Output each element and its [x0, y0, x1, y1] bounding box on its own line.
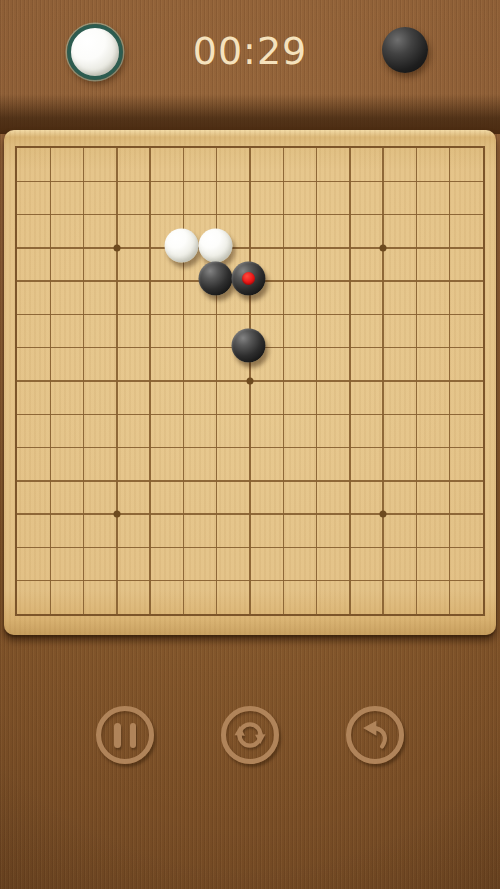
pause-icon [114, 723, 121, 748]
grid-line [349, 148, 350, 614]
grid-line [17, 547, 483, 548]
grid-line [17, 513, 483, 514]
grid-line [17, 447, 483, 448]
grid-line [416, 148, 417, 614]
star-point [247, 378, 254, 385]
grid-line [17, 414, 483, 415]
star-point [113, 511, 120, 518]
undo-button[interactable] [346, 706, 404, 764]
controls-bar [0, 706, 500, 764]
grid-line [382, 148, 383, 614]
grid-line [283, 148, 284, 614]
board-plate [4, 130, 496, 635]
star-point [380, 244, 387, 251]
star-point [113, 244, 120, 251]
restart-icon [231, 716, 269, 754]
black-player-indicator [382, 27, 428, 73]
pause-icon [130, 723, 137, 748]
grid-line [316, 148, 317, 614]
star-point [380, 511, 387, 518]
app-root: 00:29 [0, 0, 500, 889]
grid-line [17, 480, 483, 481]
undo-icon [356, 716, 394, 754]
pause-button[interactable] [96, 706, 154, 764]
board-grid[interactable] [15, 146, 485, 616]
board-top-shadow [0, 94, 500, 134]
grid-line [17, 580, 483, 581]
restart-button[interactable] [221, 706, 279, 764]
grid-line [449, 148, 450, 614]
